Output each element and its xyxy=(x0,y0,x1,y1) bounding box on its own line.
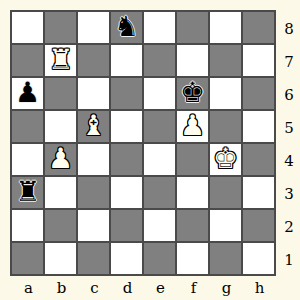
square-e1[interactable] xyxy=(144,243,175,274)
square-h6[interactable] xyxy=(243,78,274,109)
square-g5[interactable] xyxy=(210,111,241,142)
square-f1[interactable] xyxy=(177,243,208,274)
file-label-d: d xyxy=(111,278,144,298)
rank-label-1: 1 xyxy=(279,243,299,276)
white-king-piece[interactable]: ♚ xyxy=(213,145,238,173)
rank-label-8: 8 xyxy=(279,12,299,45)
square-f4[interactable] xyxy=(177,144,208,175)
square-h8[interactable] xyxy=(243,12,274,43)
square-d6[interactable] xyxy=(111,78,142,109)
square-b2[interactable] xyxy=(45,210,76,241)
black-rook-piece[interactable]: ♜ xyxy=(15,178,40,206)
rank-labels: 87654321 xyxy=(279,12,299,276)
square-f3[interactable] xyxy=(177,177,208,208)
square-g7[interactable] xyxy=(210,45,241,76)
square-g8[interactable] xyxy=(210,12,241,43)
square-a6[interactable]: ♟ xyxy=(12,78,43,109)
square-h3[interactable] xyxy=(243,177,274,208)
square-d2[interactable] xyxy=(111,210,142,241)
square-g3[interactable] xyxy=(210,177,241,208)
rank-label-2: 2 xyxy=(279,210,299,243)
square-c7[interactable] xyxy=(78,45,109,76)
square-b7[interactable]: ♜ xyxy=(45,45,76,76)
square-c2[interactable] xyxy=(78,210,109,241)
square-a3[interactable]: ♜ xyxy=(12,177,43,208)
square-b1[interactable] xyxy=(45,243,76,274)
square-f8[interactable] xyxy=(177,12,208,43)
square-c8[interactable] xyxy=(78,12,109,43)
square-h2[interactable] xyxy=(243,210,274,241)
square-a1[interactable] xyxy=(12,243,43,274)
square-g6[interactable] xyxy=(210,78,241,109)
square-h4[interactable] xyxy=(243,144,274,175)
rank-label-3: 3 xyxy=(279,177,299,210)
square-h1[interactable] xyxy=(243,243,274,274)
rank-label-4: 4 xyxy=(279,144,299,177)
file-label-a: a xyxy=(12,278,45,298)
square-b5[interactable] xyxy=(45,111,76,142)
square-h7[interactable] xyxy=(243,45,274,76)
white-pawn-piece[interactable]: ♟ xyxy=(180,112,205,140)
square-g1[interactable] xyxy=(210,243,241,274)
square-c3[interactable] xyxy=(78,177,109,208)
square-e4[interactable] xyxy=(144,144,175,175)
square-d3[interactable] xyxy=(111,177,142,208)
square-b6[interactable] xyxy=(45,78,76,109)
square-e6[interactable] xyxy=(144,78,175,109)
square-e2[interactable] xyxy=(144,210,175,241)
file-label-f: f xyxy=(177,278,210,298)
square-b8[interactable] xyxy=(45,12,76,43)
square-f6[interactable]: ♚ xyxy=(177,78,208,109)
square-c6[interactable] xyxy=(78,78,109,109)
square-d5[interactable] xyxy=(111,111,142,142)
white-bishop-piece[interactable]: ♝ xyxy=(81,112,106,140)
square-f2[interactable] xyxy=(177,210,208,241)
rank-label-6: 6 xyxy=(279,78,299,111)
square-a2[interactable] xyxy=(12,210,43,241)
square-h5[interactable] xyxy=(243,111,274,142)
square-a7[interactable] xyxy=(12,45,43,76)
file-label-e: e xyxy=(144,278,177,298)
white-rook-piece[interactable]: ♜ xyxy=(48,46,73,74)
square-e7[interactable] xyxy=(144,45,175,76)
square-a8[interactable] xyxy=(12,12,43,43)
chess-board[interactable]: ♞♜♟♚♝♟♟♚♜ xyxy=(10,10,276,276)
file-labels: abcdefgh xyxy=(12,278,276,298)
square-d4[interactable] xyxy=(111,144,142,175)
square-f5[interactable]: ♟ xyxy=(177,111,208,142)
square-d8[interactable]: ♞ xyxy=(111,12,142,43)
black-knight-piece[interactable]: ♞ xyxy=(114,13,139,41)
square-a5[interactable] xyxy=(12,111,43,142)
square-g2[interactable] xyxy=(210,210,241,241)
square-e8[interactable] xyxy=(144,12,175,43)
black-pawn-piece[interactable]: ♟ xyxy=(15,79,40,107)
square-d1[interactable] xyxy=(111,243,142,274)
square-b4[interactable]: ♟ xyxy=(45,144,76,175)
rank-label-7: 7 xyxy=(279,45,299,78)
square-e5[interactable] xyxy=(144,111,175,142)
square-b3[interactable] xyxy=(45,177,76,208)
file-label-g: g xyxy=(210,278,243,298)
square-f7[interactable] xyxy=(177,45,208,76)
square-e3[interactable] xyxy=(144,177,175,208)
black-king-piece[interactable]: ♚ xyxy=(180,79,205,107)
square-d7[interactable] xyxy=(111,45,142,76)
square-c5[interactable]: ♝ xyxy=(78,111,109,142)
square-c4[interactable] xyxy=(78,144,109,175)
file-label-h: h xyxy=(243,278,276,298)
file-label-c: c xyxy=(78,278,111,298)
square-a4[interactable] xyxy=(12,144,43,175)
file-label-b: b xyxy=(45,278,78,298)
square-g4[interactable]: ♚ xyxy=(210,144,241,175)
rank-label-5: 5 xyxy=(279,111,299,144)
white-pawn-piece[interactable]: ♟ xyxy=(48,145,73,173)
square-c1[interactable] xyxy=(78,243,109,274)
